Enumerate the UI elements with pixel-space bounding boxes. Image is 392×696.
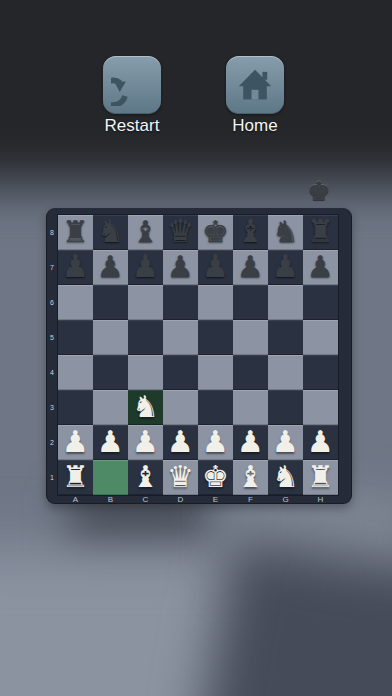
black-pawn: ♟ (303, 250, 338, 285)
file-label-b: B (93, 495, 128, 504)
black-rook: ♜ (303, 215, 338, 250)
square-g1[interactable]: ♞ (268, 460, 303, 495)
square-h1[interactable]: ♜ (303, 460, 338, 495)
square-h5[interactable] (303, 320, 338, 355)
black-pawn: ♟ (128, 250, 163, 285)
square-f1[interactable]: ♝ (233, 460, 268, 495)
square-g4[interactable] (268, 355, 303, 390)
square-g2[interactable]: ♟ (268, 425, 303, 460)
rank-label-5: 5 (46, 320, 58, 355)
square-f6[interactable] (233, 285, 268, 320)
square-a8[interactable]: ♜ (58, 215, 93, 250)
black-bishop: ♝ (233, 215, 268, 250)
square-e6[interactable] (198, 285, 233, 320)
chess-board: 87654321 ♜♞♝♛♚♝♞♜♟♟♟♟♟♟♟♟♞♟♟♟♟♟♟♟♟♜♝♛♚♝♞… (46, 208, 352, 504)
white-knight: ♞ (128, 390, 163, 425)
white-pawn: ♟ (93, 425, 128, 460)
restart-button[interactable] (103, 56, 161, 114)
square-d5[interactable] (163, 320, 198, 355)
white-pawn: ♟ (58, 425, 93, 460)
square-e2[interactable]: ♟ (198, 425, 233, 460)
square-h2[interactable]: ♟ (303, 425, 338, 460)
file-label-g: G (268, 495, 303, 504)
black-king: ♚ (198, 215, 233, 250)
black-pawn: ♟ (268, 250, 303, 285)
square-a7[interactable]: ♟ (58, 250, 93, 285)
square-c8[interactable]: ♝ (128, 215, 163, 250)
rank-label-3: 3 (46, 390, 58, 425)
square-d7[interactable]: ♟ (163, 250, 198, 285)
square-c2[interactable]: ♟ (128, 425, 163, 460)
square-e4[interactable] (198, 355, 233, 390)
white-rook: ♜ (58, 460, 93, 495)
white-knight: ♞ (268, 460, 303, 495)
square-b7[interactable]: ♟ (93, 250, 128, 285)
white-pawn: ♟ (268, 425, 303, 460)
square-c1[interactable]: ♝ (128, 460, 163, 495)
rank-label-7: 7 (46, 250, 58, 285)
white-rook: ♜ (303, 460, 338, 495)
home-icon (234, 64, 276, 106)
background-dark-top (0, 0, 392, 185)
square-d4[interactable] (163, 355, 198, 390)
black-bishop: ♝ (128, 215, 163, 250)
square-b8[interactable]: ♞ (93, 215, 128, 250)
square-h8[interactable]: ♜ (303, 215, 338, 250)
square-d2[interactable]: ♟ (163, 425, 198, 460)
white-pawn: ♟ (128, 425, 163, 460)
white-pawn: ♟ (163, 425, 198, 460)
square-d3[interactable] (163, 390, 198, 425)
square-c6[interactable] (128, 285, 163, 320)
black-pawn: ♟ (198, 250, 233, 285)
rank-label-6: 6 (46, 285, 58, 320)
rank-label-2: 2 (46, 425, 58, 460)
rank-labels: 87654321 (46, 215, 58, 495)
square-b6[interactable] (93, 285, 128, 320)
square-b3[interactable] (93, 390, 128, 425)
black-queen: ♛ (163, 215, 198, 250)
square-a3[interactable] (58, 390, 93, 425)
square-d1[interactable]: ♛ (163, 460, 198, 495)
square-a1[interactable]: ♜ (58, 460, 93, 495)
square-f8[interactable]: ♝ (233, 215, 268, 250)
square-g3[interactable] (268, 390, 303, 425)
black-pawn: ♟ (163, 250, 198, 285)
square-h3[interactable] (303, 390, 338, 425)
white-queen: ♛ (163, 460, 198, 495)
square-c4[interactable] (128, 355, 163, 390)
square-f7[interactable]: ♟ (233, 250, 268, 285)
square-e8[interactable]: ♚ (198, 215, 233, 250)
black-rook: ♜ (58, 215, 93, 250)
square-g8[interactable]: ♞ (268, 215, 303, 250)
square-g7[interactable]: ♟ (268, 250, 303, 285)
file-label-h: H (303, 495, 338, 504)
rank-label-8: 8 (46, 215, 58, 250)
square-d8[interactable]: ♛ (163, 215, 198, 250)
square-f3[interactable] (233, 390, 268, 425)
rank-label-1: 1 (46, 460, 58, 495)
square-b4[interactable] (93, 355, 128, 390)
file-labels: ABCDEFGH (58, 495, 338, 504)
square-h7[interactable]: ♟ (303, 250, 338, 285)
file-label-d: D (163, 495, 198, 504)
black-knight: ♞ (268, 215, 303, 250)
square-a2[interactable]: ♟ (58, 425, 93, 460)
square-c3[interactable]: ♞ (128, 390, 163, 425)
rank-label-4: 4 (46, 355, 58, 390)
square-e5[interactable] (198, 320, 233, 355)
restart-label: Restart (72, 116, 192, 136)
file-label-e: E (198, 495, 233, 504)
square-h6[interactable] (303, 285, 338, 320)
square-b2[interactable]: ♟ (93, 425, 128, 460)
black-pawn: ♟ (93, 250, 128, 285)
file-label-f: F (233, 495, 268, 504)
square-b5[interactable] (93, 320, 128, 355)
black-pawn: ♟ (58, 250, 93, 285)
black-king-icon: ♚ (307, 176, 330, 206)
restart-icon (111, 64, 153, 106)
square-a5[interactable] (58, 320, 93, 355)
file-label-a: A (58, 495, 93, 504)
white-bishop: ♝ (233, 460, 268, 495)
square-f4[interactable] (233, 355, 268, 390)
square-d6[interactable] (163, 285, 198, 320)
white-pawn: ♟ (198, 425, 233, 460)
square-f2[interactable]: ♟ (233, 425, 268, 460)
square-c7[interactable]: ♟ (128, 250, 163, 285)
square-e7[interactable]: ♟ (198, 250, 233, 285)
square-g5[interactable] (268, 320, 303, 355)
black-pawn: ♟ (233, 250, 268, 285)
turn-indicator: ♚ (305, 176, 333, 206)
square-a4[interactable] (58, 355, 93, 390)
chess-app-screen: Restart Home ♚ 87654321 ♜♞♝♛♚♝♞♜♟♟♟♟♟♟♟♟… (0, 0, 392, 696)
square-a6[interactable] (58, 285, 93, 320)
white-pawn: ♟ (303, 425, 338, 460)
white-king: ♚ (198, 460, 233, 495)
home-button[interactable] (226, 56, 284, 114)
square-e3[interactable] (198, 390, 233, 425)
square-f5[interactable] (233, 320, 268, 355)
square-e1[interactable]: ♚ (198, 460, 233, 495)
square-b1[interactable] (93, 460, 128, 495)
file-label-c: C (128, 495, 163, 504)
black-knight: ♞ (93, 215, 128, 250)
white-bishop: ♝ (128, 460, 163, 495)
board-grid: ♜♞♝♛♚♝♞♜♟♟♟♟♟♟♟♟♞♟♟♟♟♟♟♟♟♜♝♛♚♝♞♜ (58, 215, 338, 495)
square-c5[interactable] (128, 320, 163, 355)
square-h4[interactable] (303, 355, 338, 390)
home-label: Home (195, 116, 315, 136)
square-g6[interactable] (268, 285, 303, 320)
white-pawn: ♟ (233, 425, 268, 460)
